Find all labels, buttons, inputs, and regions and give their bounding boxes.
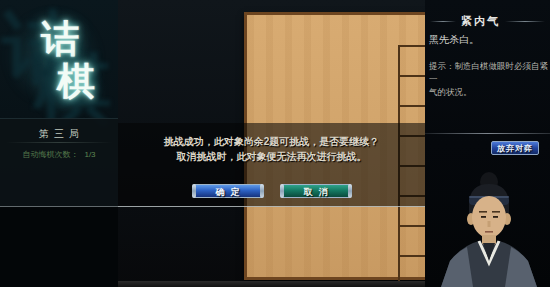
puzzle-hint: 提示：制造白棋做眼时必须自紧一 气的状况。 <box>429 60 548 99</box>
board-point[interactable] <box>385 92 416 122</box>
board-point[interactable] <box>385 32 416 62</box>
sidebar-footer <box>0 207 118 287</box>
dialog-text-line1: 挑战成功，此对象尚余2题可挑战，是否要继续？ <box>118 135 425 149</box>
undo-counter: 自动悔棋次数：1/3 <box>0 149 118 160</box>
divider <box>505 21 545 22</box>
dialog-overlay: 挑战成功，此对象尚余2题可挑战，是否要继续？ 取消挑战时，此对象便无法再次进行挑… <box>118 123 425 207</box>
dialog-buttons: 确定 取消 <box>118 184 425 198</box>
floor-shadow <box>118 281 425 287</box>
divider <box>425 133 550 134</box>
dialog-text-line2: 取消挑战时，此对象便无法再次进行挑战。 <box>118 150 425 164</box>
divider <box>6 142 112 143</box>
confirm-button[interactable]: 确定 <box>193 184 263 198</box>
npc-portrait <box>435 169 545 287</box>
board-point[interactable] <box>385 242 416 272</box>
board-point[interactable] <box>385 62 416 92</box>
board-viewport: 挑战成功，此对象尚余2题可挑战，是否要继续？ 取消挑战时，此对象便无法再次进行挑… <box>118 0 425 287</box>
round-title: 第三局 <box>0 127 118 141</box>
hint-line1: 提示：制造白棋做眼时必须自紧一 <box>429 61 548 84</box>
game-window: 诘 棋 诘 棋 第三局 自动悔棋次数：1/3 挑战成功，此对象尚余2题可挑战，是 <box>0 0 550 287</box>
sidebar: 诘 棋 诘 棋 第三局 自动悔棋次数：1/3 <box>0 0 118 287</box>
cancel-button[interactable]: 取消 <box>281 184 351 198</box>
puzzle-title-row: 紧内气 <box>425 14 550 29</box>
forfeit-button[interactable]: 放弃对弈 <box>491 141 539 155</box>
overlay-bottom-highlight <box>0 206 425 207</box>
divider <box>430 21 456 22</box>
puzzle-objective: 黑先杀白。 <box>429 33 479 47</box>
logo-char-qi: 棋 <box>57 56 95 107</box>
undo-counter-label: 自动悔棋次数： <box>22 150 78 159</box>
puzzle-info-panel: 紧内气 黑先杀白。 提示：制造白棋做眼时必须自紧一 气的状况。 放弃对弈 <box>425 0 550 287</box>
round-section: 第三局 自动悔棋次数：1/3 <box>0 118 118 207</box>
board-point[interactable] <box>385 212 416 242</box>
hint-line2: 气的状况。 <box>429 87 472 97</box>
puzzle-title: 紧内气 <box>461 14 500 29</box>
undo-counter-value: 1/3 <box>84 150 95 159</box>
